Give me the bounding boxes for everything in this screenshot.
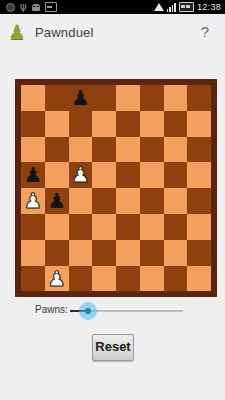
wifi-icon xyxy=(154,3,164,11)
square-b2[interactable] xyxy=(45,240,69,266)
square-d5[interactable] xyxy=(92,162,116,188)
square-a4[interactable]: ♟ xyxy=(21,188,45,214)
square-d2[interactable] xyxy=(92,240,116,266)
square-d1[interactable] xyxy=(92,266,116,292)
square-e5[interactable] xyxy=(116,162,140,188)
square-g5[interactable] xyxy=(164,162,188,188)
square-c6[interactable] xyxy=(69,137,93,163)
white-pawn-b1[interactable]: ♟ xyxy=(45,266,69,292)
square-f6[interactable] xyxy=(140,137,164,163)
notification-dot-icon xyxy=(6,3,15,12)
square-a1[interactable] xyxy=(21,266,45,292)
pawns-slider[interactable] xyxy=(70,310,183,312)
square-c5[interactable]: ♟ xyxy=(69,162,93,188)
usb-icon: ψ xyxy=(20,0,27,14)
app-bar: ♟ Pawnduel ? xyxy=(0,14,225,50)
square-e8[interactable] xyxy=(116,85,140,111)
square-d6[interactable] xyxy=(92,137,116,163)
white-pawn-c5[interactable]: ♟ xyxy=(69,162,93,188)
square-e6[interactable] xyxy=(116,137,140,163)
status-bar-clock: 12:38 xyxy=(197,2,221,12)
slider-thumb-dot xyxy=(85,308,91,314)
square-b1[interactable]: ♟ xyxy=(45,266,69,292)
square-c4[interactable] xyxy=(69,188,93,214)
square-g6[interactable] xyxy=(164,137,188,163)
square-d4[interactable] xyxy=(92,188,116,214)
square-h5[interactable] xyxy=(187,162,211,188)
pawns-slider-row: Pawns: xyxy=(0,300,225,322)
help-button[interactable]: ? xyxy=(197,14,213,50)
android-debug-icon xyxy=(32,4,40,11)
square-e3[interactable] xyxy=(116,214,140,240)
square-e4[interactable] xyxy=(116,188,140,214)
square-f7[interactable] xyxy=(140,111,164,137)
square-e7[interactable] xyxy=(116,111,140,137)
square-h6[interactable] xyxy=(187,137,211,163)
status-bar: ψ 12:38 xyxy=(0,0,225,14)
board-grid: ♟♟♟♟♟♟ xyxy=(21,85,211,291)
square-b3[interactable] xyxy=(45,214,69,240)
square-d3[interactable] xyxy=(92,214,116,240)
square-a3[interactable] xyxy=(21,214,45,240)
square-f8[interactable] xyxy=(140,85,164,111)
square-c8[interactable]: ♟ xyxy=(69,85,93,111)
page-title: Pawnduel xyxy=(35,25,94,40)
square-a8[interactable] xyxy=(21,85,45,111)
sdcard-icon xyxy=(45,2,57,12)
battery-icon xyxy=(179,2,194,12)
square-b8[interactable] xyxy=(45,85,69,111)
square-b7[interactable] xyxy=(45,111,69,137)
square-c3[interactable] xyxy=(69,214,93,240)
square-f5[interactable] xyxy=(140,162,164,188)
square-f4[interactable] xyxy=(140,188,164,214)
green-pawn-icon: ♟ xyxy=(8,14,26,50)
square-c2[interactable] xyxy=(69,240,93,266)
square-h8[interactable] xyxy=(187,85,211,111)
square-g7[interactable] xyxy=(164,111,188,137)
square-e1[interactable] xyxy=(116,266,140,292)
square-c1[interactable] xyxy=(69,266,93,292)
white-pawn-a4[interactable]: ♟ xyxy=(21,188,45,214)
square-b4[interactable]: ♟ xyxy=(45,188,69,214)
square-f3[interactable] xyxy=(140,214,164,240)
status-bar-system-icons: 12:38 xyxy=(154,0,221,14)
square-g4[interactable] xyxy=(164,188,188,214)
black-pawn-c8[interactable]: ♟ xyxy=(69,85,93,111)
square-a6[interactable] xyxy=(21,137,45,163)
app-screen: ψ 12:38 ♟ Pawnduel ? ♟♟♟♟♟♟ Pawns: xyxy=(0,0,225,400)
pawns-label: Pawns: xyxy=(35,304,68,315)
black-pawn-a5[interactable]: ♟ xyxy=(21,162,45,188)
square-d8[interactable] xyxy=(92,85,116,111)
square-f2[interactable] xyxy=(140,240,164,266)
square-b5[interactable] xyxy=(45,162,69,188)
square-h2[interactable] xyxy=(187,240,211,266)
square-e2[interactable] xyxy=(116,240,140,266)
square-g8[interactable] xyxy=(164,85,188,111)
chess-board: ♟♟♟♟♟♟ xyxy=(15,79,217,297)
square-f1[interactable] xyxy=(140,266,164,292)
square-a5[interactable]: ♟ xyxy=(21,162,45,188)
status-bar-notification-icons: ψ xyxy=(6,0,57,14)
square-g3[interactable] xyxy=(164,214,188,240)
signal-icon xyxy=(167,3,176,12)
square-h7[interactable] xyxy=(187,111,211,137)
slider-thumb[interactable] xyxy=(79,302,97,320)
square-a2[interactable] xyxy=(21,240,45,266)
square-h3[interactable] xyxy=(187,214,211,240)
square-h1[interactable] xyxy=(187,266,211,292)
square-h4[interactable] xyxy=(187,188,211,214)
square-d7[interactable] xyxy=(92,111,116,137)
square-g2[interactable] xyxy=(164,240,188,266)
square-g1[interactable] xyxy=(164,266,188,292)
black-pawn-b4[interactable]: ♟ xyxy=(45,188,69,214)
square-b6[interactable] xyxy=(45,137,69,163)
square-a7[interactable] xyxy=(21,111,45,137)
square-c7[interactable] xyxy=(69,111,93,137)
reset-button[interactable]: Reset xyxy=(92,334,134,361)
